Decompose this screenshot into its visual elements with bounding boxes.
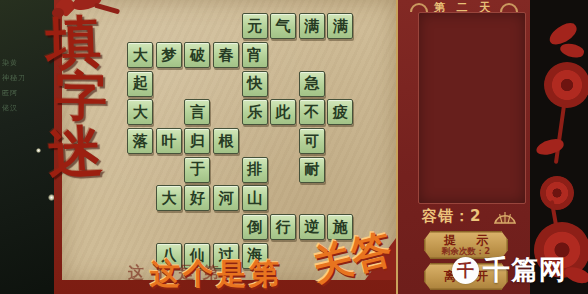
background-text-line: 匿阿 <box>2 88 18 98</box>
title-ornament-right-icon <box>500 3 518 12</box>
letter-tile[interactable]: 言 <box>184 99 210 125</box>
letter-tile[interactable]: 耐 <box>299 157 325 183</box>
tolerance-row: 容错：2 <box>422 205 526 227</box>
background-text-line: 染黄 <box>2 58 18 68</box>
letter-tile[interactable]: 归 <box>184 128 210 154</box>
banner-title-char-3: 迷 <box>47 123 105 181</box>
answer-watermark-text: 这个是第 <box>150 254 282 294</box>
letter-tile[interactable]: 不 <box>299 99 325 125</box>
site-logo-icon: 千 <box>452 257 479 284</box>
side-panel: 第 二 天 容错：2 提 示 剩余次数：2 离 开 <box>396 0 530 294</box>
letter-tile[interactable]: 行 <box>270 214 296 240</box>
letter-tile[interactable]: 大 <box>127 99 153 125</box>
letter-tile[interactable]: 春 <box>213 42 239 68</box>
fan-icon <box>492 208 518 228</box>
title-ornament-left-icon <box>410 3 428 12</box>
letter-tile[interactable]: 元 <box>242 13 268 39</box>
background-text-line: 佬汉 <box>2 103 18 113</box>
letter-tile[interactable]: 山 <box>242 185 268 211</box>
letter-tile[interactable]: 此 <box>270 99 296 125</box>
banner-title-char-1: 填 <box>45 13 102 70</box>
background-text-line: 神秘刀 <box>2 73 26 83</box>
sparkle-particle <box>36 148 41 153</box>
letter-tile[interactable]: 满 <box>327 13 353 39</box>
site-name-text: 千篇网 <box>483 252 567 288</box>
letter-tile[interactable]: 倒 <box>242 214 268 240</box>
site-watermark: 千 千篇网 <box>452 252 567 288</box>
letter-tile[interactable]: 叶 <box>156 128 182 154</box>
letter-tile[interactable]: 气 <box>270 13 296 39</box>
letter-tile[interactable]: 河 <box>213 185 239 211</box>
banner-title-char-2: 字 <box>55 70 108 123</box>
letter-tile[interactable]: 落 <box>127 128 153 154</box>
crossword-grid: 元气满满大梦破春宵起快急大言乐此不疲落叶归根可于排耐大好河山倒行逆施八仙过海 <box>126 12 355 270</box>
letter-tile[interactable]: 根 <box>213 128 239 154</box>
letter-tile[interactable]: 疲 <box>327 99 353 125</box>
hint-button-label: 提 示 <box>436 234 496 247</box>
letter-tile[interactable]: 乐 <box>242 99 268 125</box>
game-screen: 染黄神秘刀匿阿佬汉 填 字 迷 元气满满大梦破春宵起快急大言乐此不疲落叶归根可于… <box>0 0 588 294</box>
letter-tile[interactable]: 排 <box>242 157 268 183</box>
papercut-flower-decoration <box>530 0 588 294</box>
letter-tile[interactable]: 破 <box>184 42 210 68</box>
letter-tile[interactable]: 宵 <box>242 42 268 68</box>
letter-tile[interactable]: 急 <box>299 71 325 97</box>
letter-tile[interactable]: 大 <box>156 185 182 211</box>
letter-tile[interactable]: 梦 <box>156 42 182 68</box>
letter-tile[interactable]: 于 <box>184 157 210 183</box>
letter-tile[interactable]: 满 <box>299 13 325 39</box>
letter-tile[interactable]: 快 <box>242 71 268 97</box>
letter-tile[interactable]: 好 <box>184 185 210 211</box>
letter-tile[interactable]: 起 <box>127 71 153 97</box>
letter-tile[interactable]: 大 <box>127 42 153 68</box>
tolerance-label: 容错：2 <box>422 207 481 226</box>
clue-display-area <box>418 12 526 204</box>
letter-tile[interactable]: 可 <box>299 128 325 154</box>
